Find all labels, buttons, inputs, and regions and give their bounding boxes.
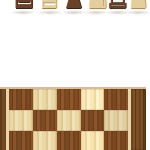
board-square (9, 110, 33, 131)
chess-set-photo: ♚ ♛ ♝ ♞ ♜ ♟ (0, 0, 150, 150)
board-square (104, 131, 128, 150)
board-square (57, 89, 81, 110)
board-frame-right (131, 89, 146, 150)
board-square (104, 110, 128, 131)
board-square (81, 131, 104, 150)
board-row (0, 89, 146, 150)
board-square (81, 89, 104, 110)
board-square (33, 131, 57, 150)
board-square (57, 131, 81, 150)
pawn-icon: ♟ (127, 0, 149, 16)
board-squares (9, 89, 128, 150)
board-square (33, 89, 57, 110)
pieces-row: ♚ ♛ ♝ ♞ ♜ ♟ (0, 0, 150, 87)
board-square (104, 89, 128, 110)
board-square (33, 110, 57, 131)
board-square (9, 89, 33, 110)
board-square (9, 131, 33, 150)
board-square (57, 110, 81, 131)
board-square (81, 110, 104, 131)
chessboard (0, 87, 150, 150)
chess-piece-pawn: ♟ (98, 0, 150, 12)
